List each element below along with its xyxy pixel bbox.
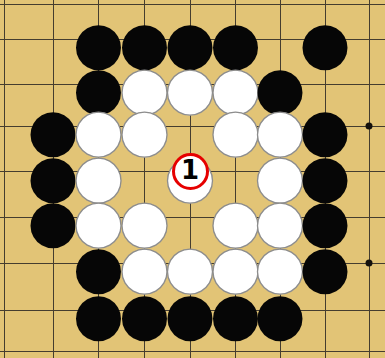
grid-hline [0, 4, 385, 5]
black-stone[interactable]: ● [258, 288, 303, 333]
white-stone[interactable]: ● [168, 62, 213, 107]
black-stone-icon: ● [164, 284, 215, 343]
black-stone[interactable]: ● [76, 288, 121, 333]
black-stone-icon: ● [299, 13, 350, 72]
grid-hline [0, 351, 385, 352]
grid-vline [4, 0, 5, 358]
black-stone-icon: ● [299, 237, 350, 296]
black-stone-icon: ● [119, 284, 170, 343]
black-stone[interactable]: ● [168, 288, 213, 333]
marked-move-stone[interactable]: ●1 [168, 149, 213, 194]
white-stone[interactable]: ● [122, 104, 167, 149]
star-point-icon [366, 260, 373, 267]
black-stone-icon: ● [27, 191, 78, 250]
black-stone-icon: ● [254, 284, 305, 343]
black-stone[interactable]: ● [213, 288, 258, 333]
black-stone[interactable]: ● [303, 241, 348, 286]
move-number-label: 1 [181, 155, 199, 185]
white-stone-icon: ● [164, 58, 215, 117]
black-stone[interactable]: ● [303, 17, 348, 62]
star-point-icon [366, 123, 373, 130]
white-stone-icon: ● [119, 100, 170, 159]
white-stone[interactable]: ● [213, 104, 258, 149]
black-stone[interactable]: ● [31, 195, 76, 240]
black-stone-icon: ● [73, 284, 124, 343]
go-board[interactable]: ●●●●●●●●●●●●●●●●●●●1●●●●●●●●●●●●●●●●●●● [0, 0, 385, 358]
black-stone[interactable]: ● [122, 288, 167, 333]
grid-vline [369, 0, 370, 358]
